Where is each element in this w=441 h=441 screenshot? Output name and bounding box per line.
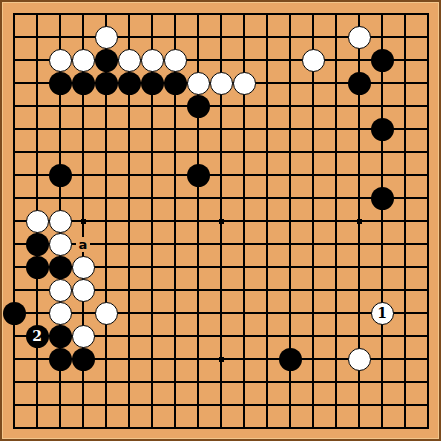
black-stone	[49, 348, 72, 371]
point-label-text: a	[76, 237, 91, 252]
black-stone	[371, 49, 394, 72]
black-stone	[371, 187, 394, 210]
white-stone	[49, 279, 72, 302]
white-stone	[72, 49, 95, 72]
go-board: 12a	[0, 0, 441, 441]
black-stone: 2	[26, 325, 49, 348]
white-stone	[302, 49, 325, 72]
white-stone	[72, 325, 95, 348]
black-stone	[49, 164, 72, 187]
white-stone	[26, 210, 49, 233]
white-stone	[164, 49, 187, 72]
black-stone	[164, 72, 187, 95]
black-stone	[26, 256, 49, 279]
black-stone	[72, 348, 95, 371]
white-stone	[72, 279, 95, 302]
white-stone	[95, 26, 118, 49]
black-stone	[26, 233, 49, 256]
white-stone	[233, 72, 256, 95]
black-stone	[3, 302, 26, 325]
point-label-a: a	[72, 233, 95, 256]
black-stone	[118, 72, 141, 95]
black-stone	[141, 72, 164, 95]
black-stone	[95, 49, 118, 72]
black-stone	[72, 72, 95, 95]
stone-number-label: 1	[377, 306, 387, 320]
black-stone	[187, 164, 210, 187]
stone-number-label: 2	[32, 329, 42, 343]
white-stone	[348, 348, 371, 371]
black-stone	[95, 72, 118, 95]
black-stone	[49, 325, 72, 348]
black-stone	[279, 348, 302, 371]
white-stone	[141, 49, 164, 72]
white-stone	[187, 72, 210, 95]
black-stone	[187, 95, 210, 118]
white-stone	[49, 302, 72, 325]
white-stone: 1	[371, 302, 394, 325]
white-stone	[49, 210, 72, 233]
white-stone	[72, 256, 95, 279]
white-stone	[49, 49, 72, 72]
white-stone	[210, 72, 233, 95]
white-stone	[95, 302, 118, 325]
black-stone	[49, 256, 72, 279]
stones-layer: 12a	[3, 3, 440, 440]
black-stone	[49, 72, 72, 95]
black-stone	[348, 72, 371, 95]
white-stone	[348, 26, 371, 49]
white-stone	[118, 49, 141, 72]
white-stone	[49, 233, 72, 256]
black-stone	[371, 118, 394, 141]
